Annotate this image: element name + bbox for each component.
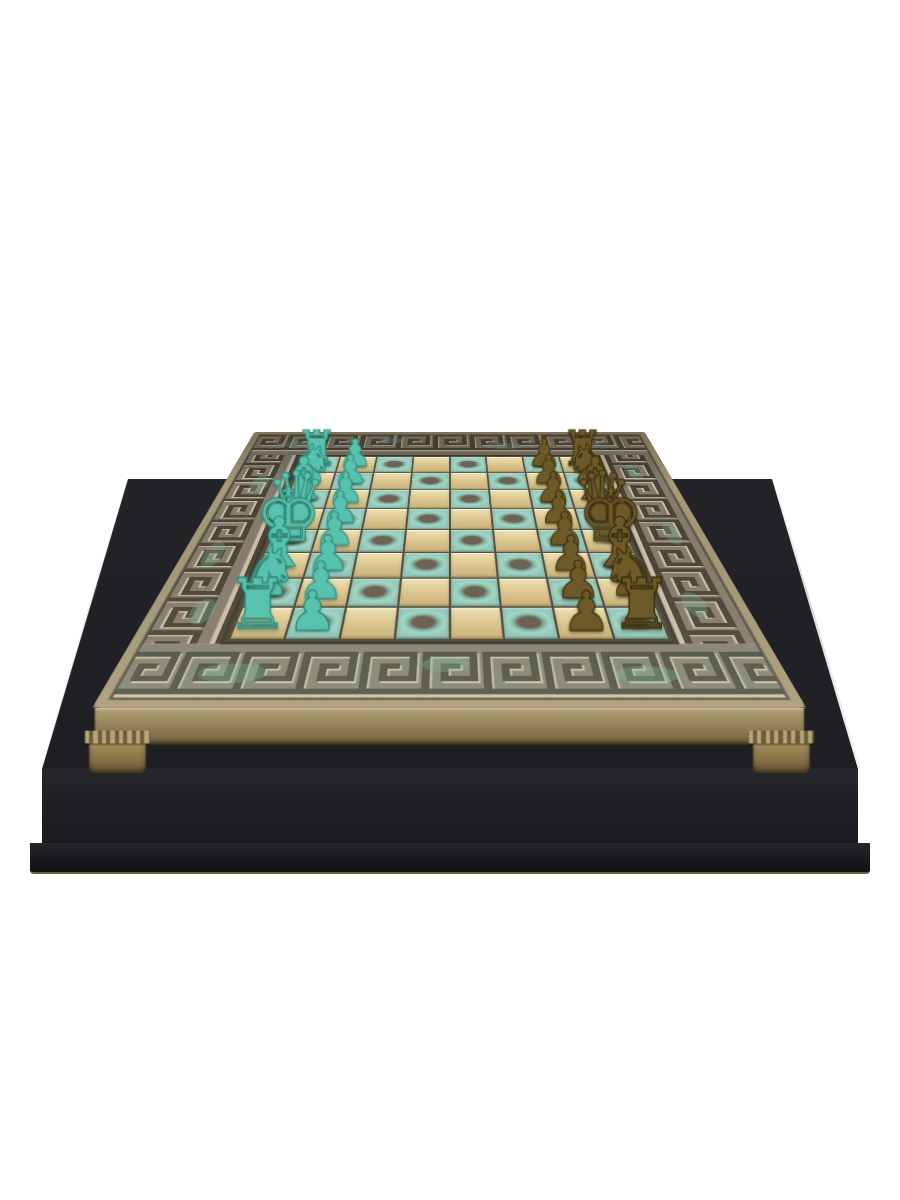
- piece-white-rook[interactable]: ♜: [226, 571, 289, 638]
- square-a5[interactable]: [450, 457, 486, 472]
- square-h6[interactable]: [502, 608, 558, 639]
- board-foot-right: [753, 739, 810, 773]
- square-c6[interactable]: [490, 490, 532, 508]
- square-e3[interactable]: [358, 530, 404, 552]
- square-e5[interactable]: [451, 530, 495, 552]
- square-a3[interactable]: [374, 457, 412, 472]
- square-h1[interactable]: ♜: [230, 608, 292, 639]
- square-e6[interactable]: [494, 530, 540, 552]
- square-d3[interactable]: [363, 509, 407, 529]
- piece-black-pawn[interactable]: ♟: [562, 585, 611, 637]
- square-e4[interactable]: [404, 530, 448, 552]
- square-d4[interactable]: [407, 509, 449, 529]
- square-c4[interactable]: [409, 490, 449, 508]
- square-h8[interactable]: ♜: [606, 608, 668, 639]
- board-front-edge: [95, 708, 804, 745]
- square-g6[interactable]: [499, 579, 551, 606]
- square-f3[interactable]: [353, 553, 402, 578]
- chess-scene: ♜♟♟♜♞♟♟♞♝♟♟♝♛♟♟♛♚♟♟♚♝♟♟♝♞♟♟♞♜♟♟♜: [0, 0, 900, 1200]
- square-h5[interactable]: [451, 608, 504, 639]
- square-f6[interactable]: [497, 553, 546, 578]
- square-c5[interactable]: [450, 490, 490, 508]
- square-d6[interactable]: [492, 509, 536, 529]
- square-g4[interactable]: [399, 579, 448, 606]
- square-g5[interactable]: [451, 579, 500, 606]
- square-c3[interactable]: [367, 490, 409, 508]
- square-a4[interactable]: [412, 457, 448, 472]
- chess-board: ♜♟♟♜♞♟♟♞♝♟♟♝♛♟♟♛♚♟♟♚♝♟♟♝♞♟♟♞♜♟♟♜: [92, 432, 807, 708]
- square-h3[interactable]: [341, 608, 397, 639]
- square-a6[interactable]: [487, 457, 525, 472]
- square-g3[interactable]: [347, 579, 399, 606]
- square-f5[interactable]: [451, 553, 498, 578]
- board-foot-left: [89, 739, 146, 773]
- square-h4[interactable]: [396, 608, 449, 639]
- square-h2[interactable]: ♟: [286, 608, 345, 639]
- square-h7[interactable]: ♟: [554, 608, 613, 639]
- piece-white-pawn[interactable]: ♟: [288, 585, 337, 637]
- square-d5[interactable]: [450, 509, 492, 529]
- product-photo: ♜♟♟♜♞♟♟♞♝♟♟♝♛♟♟♛♚♟♟♚♝♟♟♝♞♟♟♞♜♟♟♜: [0, 0, 900, 1200]
- piece-black-rook[interactable]: ♜: [610, 571, 673, 638]
- square-f4[interactable]: [402, 553, 449, 578]
